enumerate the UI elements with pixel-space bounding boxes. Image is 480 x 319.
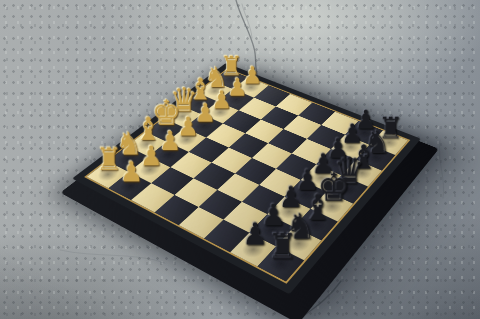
square-h8: ♜ (258, 246, 305, 281)
concrete-floor: ♜♞♝♚♛♝♞♜♟♟♟♟♟♟♟♟♟♟♟♟♟♟♟♟♜♞♝♚♛♝♞♜ (0, 0, 480, 319)
piece-white-pawn: ♟ (113, 158, 149, 186)
scratch-bottom-left (60, 250, 165, 263)
scratch-right (439, 140, 443, 198)
piece-black-rook: ♜ (263, 229, 303, 265)
square-a5 (298, 103, 335, 125)
square-d5 (252, 143, 292, 169)
